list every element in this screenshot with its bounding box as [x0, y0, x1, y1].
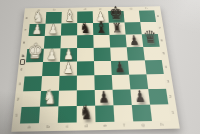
rank-label-1: 1: [168, 104, 177, 121]
square-b3: [41, 76, 59, 91]
square-d8: [77, 11, 93, 23]
rank-label-7: 7: [22, 24, 29, 36]
piece-white-P-b5: ♟: [47, 48, 57, 62]
piece-white-P-b7: ♟: [48, 23, 58, 36]
square-a1: [20, 107, 40, 124]
piece-black-P-e2: ♟: [98, 89, 109, 105]
rank-label-8: 8: [154, 10, 161, 22]
square-c3: [59, 76, 77, 91]
square-g1: [132, 105, 152, 122]
square-f3: [112, 75, 131, 90]
piece-white-P-c4: ♟: [63, 61, 73, 76]
file-label-f: f: [114, 122, 133, 128]
square-d7: ♞: [77, 23, 93, 35]
square-d2: [77, 90, 95, 106]
square-h3: [146, 74, 166, 89]
square-b6: [44, 36, 61, 49]
square-c5: ♟: [60, 48, 77, 62]
square-f4: ♟: [111, 61, 129, 75]
square-c8: ♝: [61, 12, 77, 24]
piece-white-P-c5: ♟: [64, 48, 74, 62]
file-label-b: b: [38, 124, 57, 130]
square-g6: ♟: [126, 34, 144, 47]
square-b7: ♟: [45, 23, 62, 35]
piece-black-P-g2: ♟: [134, 89, 146, 105]
maker-crest-icon: ✦: [19, 53, 27, 66]
piece-black-P-f4: ♟: [114, 60, 125, 75]
square-e1: [95, 105, 114, 122]
square-b2: ♞: [40, 91, 59, 107]
square-a5: ♚: [26, 49, 44, 63]
square-h7: [140, 22, 158, 34]
square-b5: ♟: [43, 48, 60, 62]
square-d3: [77, 75, 95, 90]
square-g4: [128, 60, 147, 74]
square-c7: [61, 23, 77, 35]
square-b1: [39, 106, 58, 123]
square-e3: [94, 75, 112, 90]
square-c1: [58, 106, 77, 123]
square-h6: ♛: [142, 34, 160, 47]
square-g5: [127, 47, 145, 61]
photo-scene: ♞♝♟♚♟♟♞♝♜♟♛♚♟♟♟♟♞♟♟♞ abcdefgh abcdefgh 8…: [0, 0, 200, 134]
square-a2: [22, 91, 41, 107]
square-h2: [148, 89, 168, 105]
square-d6: [77, 35, 94, 48]
file-label-e: e: [93, 7, 108, 11]
square-d4: [77, 61, 94, 75]
rank-label-5: 5: [160, 47, 168, 60]
square-f5: [110, 47, 128, 61]
square-g2: ♟: [130, 89, 150, 105]
square-e6: [93, 35, 110, 48]
square-a8: ♞: [30, 12, 47, 24]
square-c2: [58, 90, 76, 106]
piece-black-P-g6: ♟: [129, 34, 140, 47]
square-a3: [23, 76, 42, 91]
square-e2: ♟: [95, 90, 114, 106]
rank-label-3: 3: [164, 74, 172, 89]
piece-black-N-d1: ♞: [80, 102, 93, 122]
file-label-d: d: [77, 7, 92, 11]
file-label-c: c: [62, 8, 77, 12]
piece-black-N-d7: ♞: [80, 20, 91, 35]
square-f6: [109, 35, 126, 48]
file-label-c: c: [58, 123, 77, 129]
file-label-h: h: [138, 6, 154, 10]
rank-label-6: 6: [158, 34, 166, 47]
file-label-d: d: [77, 123, 96, 129]
rank-label-2: 2: [166, 89, 175, 105]
piece-white-N-b2: ♞: [43, 87, 56, 106]
square-b4: [42, 62, 60, 76]
square-a4: [25, 62, 43, 76]
square-f8: ♚: [108, 11, 124, 23]
rank-label-4: 4: [162, 60, 170, 74]
square-g8: [124, 11, 141, 23]
piece-black-R-f7: ♜: [112, 22, 123, 35]
square-d5: [77, 48, 94, 62]
square-f1: [113, 105, 133, 122]
square-f2: [113, 89, 132, 105]
square-h4: [145, 60, 164, 74]
file-label-g: g: [123, 7, 139, 11]
file-label-f: f: [108, 7, 124, 11]
rank-label-7: 7: [156, 22, 163, 34]
file-label-a: a: [31, 8, 47, 12]
piece-white-P-a7: ♟: [32, 23, 42, 36]
piece-white-N-a8: ♞: [32, 10, 44, 24]
board-grid: ♞♝♟♚♟♟♞♝♜♟♛♚♟♟♟♟♞♟♟♞: [20, 10, 171, 123]
square-b8: [46, 12, 62, 24]
piece-white-P-e8: ♟: [96, 11, 106, 23]
square-e7: ♝: [93, 23, 109, 35]
square-a7: ♟: [29, 24, 46, 36]
square-e8: ♟: [93, 11, 109, 23]
square-e4: [94, 61, 112, 75]
square-e5: [94, 48, 111, 62]
rank-label-8: 8: [23, 12, 30, 24]
file-label-h: h: [152, 122, 172, 128]
square-g3: [129, 74, 148, 89]
file-label-e: e: [96, 123, 115, 129]
file-label-g: g: [133, 122, 153, 128]
square-h1: [150, 104, 171, 121]
square-g7: [125, 22, 142, 34]
square-a6: [27, 36, 44, 49]
chess-board: ♞♝♟♚♟♟♞♝♜♟♛♚♟♟♟♟♞♟♟♞ abcdefgh abcdefgh 8…: [11, 6, 180, 131]
square-c6: [60, 35, 77, 48]
square-h5: [143, 47, 161, 61]
square-d1: ♞: [77, 106, 96, 123]
file-label-a: a: [19, 124, 39, 130]
file-label-b: b: [46, 8, 62, 12]
square-f7: ♜: [109, 22, 126, 34]
square-c4: ♟: [59, 61, 77, 75]
square-h8: [139, 10, 156, 22]
